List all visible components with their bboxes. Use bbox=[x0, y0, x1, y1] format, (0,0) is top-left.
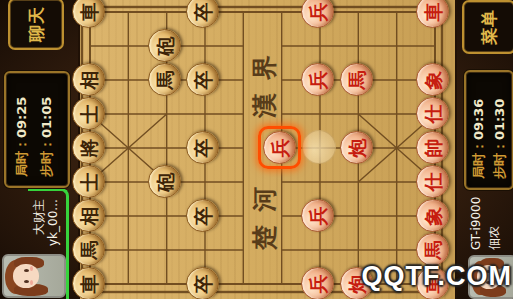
game-time-value: 09:36 bbox=[471, 99, 486, 140]
game-time-value: 09:25 bbox=[14, 97, 29, 138]
game-screen: 大财主 yk_00... 局时：09:25 步时：01:05 聊天 bbox=[0, 0, 513, 299]
move-time-label: 步时： bbox=[492, 140, 507, 179]
move-time-value: 01:30 bbox=[492, 99, 507, 140]
black-timer-box: 局时：09:25 步时：01:05 bbox=[4, 71, 70, 188]
xiangqi-board[interactable]: 楚河 漢界 bbox=[78, 0, 457, 299]
menu-button[interactable]: 菜单 bbox=[462, 0, 513, 54]
watermark: QQTF.COM bbox=[362, 261, 513, 292]
move-time-label: 步时： bbox=[39, 138, 54, 177]
red-player-title: 佃农 bbox=[486, 190, 503, 250]
black-player-name: yk_00... bbox=[46, 184, 60, 246]
portrait-rotated-layer: 大财主 yk_00... 局时：09:25 步时：01:05 聊天 bbox=[0, 0, 513, 299]
move-time-value: 01:05 bbox=[39, 97, 54, 138]
river-label-chuhe: 楚河 bbox=[248, 174, 281, 250]
game-time-label: 局时： bbox=[471, 140, 486, 179]
chat-button[interactable]: 聊天 bbox=[8, 0, 64, 50]
red-player-panel: GT-i9000 佃农 局时：09:36 步时：01:30 菜单 bbox=[460, 0, 513, 299]
black-move-time: 步时：01:05 bbox=[38, 73, 56, 177]
red-game-time: 局时：09:36 bbox=[470, 72, 488, 179]
river-label-hanjie: 漢界 bbox=[248, 42, 281, 118]
red-player-name: GT-i9000 bbox=[469, 184, 483, 250]
black-game-time: 局时：09:25 bbox=[13, 73, 31, 177]
game-time-label: 局时： bbox=[14, 138, 29, 177]
black-player-panel: 大财主 yk_00... 局时：09:25 步时：01:05 聊天 bbox=[0, 0, 78, 299]
red-timer-box: 局时：09:36 步时：01:30 bbox=[464, 70, 513, 190]
red-move-time: 步时：01:30 bbox=[491, 72, 509, 179]
